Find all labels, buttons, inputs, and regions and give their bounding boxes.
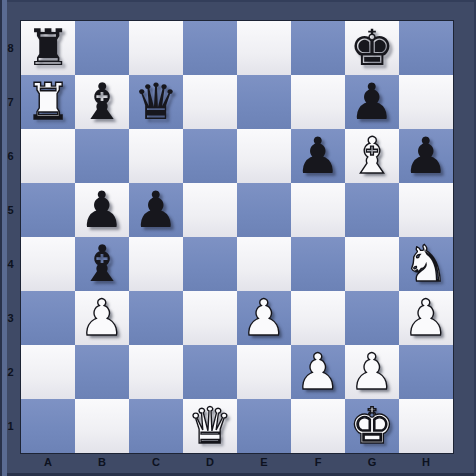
square-e1[interactable] xyxy=(237,399,291,453)
white-pawn: ♟ xyxy=(296,345,341,399)
rank-label-6: 6 xyxy=(0,129,21,183)
square-e5[interactable] xyxy=(237,183,291,237)
square-a6[interactable] xyxy=(21,129,75,183)
square-d7[interactable] xyxy=(183,75,237,129)
rank-label-1: 1 xyxy=(0,399,21,453)
square-g2[interactable]: ♟ xyxy=(345,345,399,399)
black-pawn: ♟ xyxy=(80,183,125,237)
white-rook: ♜ xyxy=(26,75,71,129)
square-c4[interactable] xyxy=(129,237,183,291)
square-d4[interactable] xyxy=(183,237,237,291)
square-b3[interactable]: ♟ xyxy=(75,291,129,345)
square-h6[interactable]: ♟ xyxy=(399,129,453,183)
rank-label-2: 2 xyxy=(0,345,21,399)
square-g3[interactable] xyxy=(345,291,399,345)
square-a1[interactable] xyxy=(21,399,75,453)
square-f3[interactable] xyxy=(291,291,345,345)
file-label-f: F xyxy=(291,453,345,476)
square-g6[interactable]: ♝ xyxy=(345,129,399,183)
chess-board: ♜♚♜♝♛♟♟♝♟♟♟♝♞♟♟♟♟♟♛♚ xyxy=(21,21,453,453)
square-c3[interactable] xyxy=(129,291,183,345)
file-label-a: A xyxy=(21,453,75,476)
black-king: ♚ xyxy=(350,21,395,75)
square-f1[interactable] xyxy=(291,399,345,453)
file-label-e: E xyxy=(237,453,291,476)
square-d8[interactable] xyxy=(183,21,237,75)
file-label-d: D xyxy=(183,453,237,476)
square-f4[interactable] xyxy=(291,237,345,291)
white-pawn: ♟ xyxy=(80,291,125,345)
square-d3[interactable] xyxy=(183,291,237,345)
square-h3[interactable]: ♟ xyxy=(399,291,453,345)
square-b5[interactable]: ♟ xyxy=(75,183,129,237)
square-a4[interactable] xyxy=(21,237,75,291)
black-bishop: ♝ xyxy=(80,237,125,291)
square-a7[interactable]: ♜ xyxy=(21,75,75,129)
black-pawn: ♟ xyxy=(134,183,179,237)
white-queen: ♛ xyxy=(188,399,233,453)
square-g8[interactable]: ♚ xyxy=(345,21,399,75)
rank-label-8: 8 xyxy=(0,21,21,75)
square-e4[interactable] xyxy=(237,237,291,291)
square-h4[interactable]: ♞ xyxy=(399,237,453,291)
rank-label-5: 5 xyxy=(0,183,21,237)
black-bishop: ♝ xyxy=(80,75,125,129)
rank-label-4: 4 xyxy=(0,237,21,291)
white-pawn: ♟ xyxy=(242,291,287,345)
square-a3[interactable] xyxy=(21,291,75,345)
file-label-c: C xyxy=(129,453,183,476)
square-g1[interactable]: ♚ xyxy=(345,399,399,453)
square-b1[interactable] xyxy=(75,399,129,453)
square-c6[interactable] xyxy=(129,129,183,183)
square-e2[interactable] xyxy=(237,345,291,399)
white-pawn: ♟ xyxy=(404,291,449,345)
file-label-b: B xyxy=(75,453,129,476)
square-b4[interactable]: ♝ xyxy=(75,237,129,291)
square-f7[interactable] xyxy=(291,75,345,129)
black-pawn: ♟ xyxy=(350,75,395,129)
square-b8[interactable] xyxy=(75,21,129,75)
square-b6[interactable] xyxy=(75,129,129,183)
square-h5[interactable] xyxy=(399,183,453,237)
square-a5[interactable] xyxy=(21,183,75,237)
square-h8[interactable] xyxy=(399,21,453,75)
rank-label-7: 7 xyxy=(0,75,21,129)
square-e8[interactable] xyxy=(237,21,291,75)
square-f5[interactable] xyxy=(291,183,345,237)
square-g5[interactable] xyxy=(345,183,399,237)
square-c5[interactable]: ♟ xyxy=(129,183,183,237)
square-b2[interactable] xyxy=(75,345,129,399)
rank-label-3: 3 xyxy=(0,291,21,345)
black-pawn: ♟ xyxy=(296,129,341,183)
square-g4[interactable] xyxy=(345,237,399,291)
square-e6[interactable] xyxy=(237,129,291,183)
square-g7[interactable]: ♟ xyxy=(345,75,399,129)
file-labels: ABCDEFGH xyxy=(21,453,453,476)
square-d1[interactable]: ♛ xyxy=(183,399,237,453)
square-c7[interactable]: ♛ xyxy=(129,75,183,129)
square-f8[interactable] xyxy=(291,21,345,75)
square-e3[interactable]: ♟ xyxy=(237,291,291,345)
black-rook: ♜ xyxy=(26,21,71,75)
chess-diagram-window: 87654321 ABCDEFGH ♜♚♜♝♛♟♟♝♟♟♟♝♞♟♟♟♟♟♛♚ xyxy=(0,0,476,476)
white-king: ♚ xyxy=(350,399,395,453)
square-c8[interactable] xyxy=(129,21,183,75)
black-pawn: ♟ xyxy=(404,129,449,183)
square-d5[interactable] xyxy=(183,183,237,237)
square-h1[interactable] xyxy=(399,399,453,453)
white-bishop: ♝ xyxy=(350,129,395,183)
square-e7[interactable] xyxy=(237,75,291,129)
square-a2[interactable] xyxy=(21,345,75,399)
square-h7[interactable] xyxy=(399,75,453,129)
square-d6[interactable] xyxy=(183,129,237,183)
white-pawn: ♟ xyxy=(350,345,395,399)
file-label-g: G xyxy=(345,453,399,476)
file-label-h: H xyxy=(399,453,453,476)
square-c2[interactable] xyxy=(129,345,183,399)
square-b7[interactable]: ♝ xyxy=(75,75,129,129)
rank-labels: 87654321 xyxy=(0,21,21,453)
square-f2[interactable]: ♟ xyxy=(291,345,345,399)
square-d2[interactable] xyxy=(183,345,237,399)
square-f6[interactable]: ♟ xyxy=(291,129,345,183)
square-c1[interactable] xyxy=(129,399,183,453)
black-queen: ♛ xyxy=(134,75,179,129)
square-h2[interactable] xyxy=(399,345,453,399)
white-knight: ♞ xyxy=(404,237,449,291)
square-a8[interactable]: ♜ xyxy=(21,21,75,75)
